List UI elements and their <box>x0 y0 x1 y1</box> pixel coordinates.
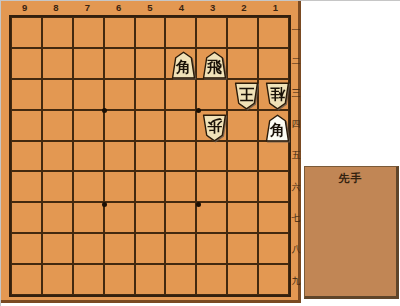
board-square-4五[interactable] <box>165 141 196 172</box>
board-square-3五[interactable] <box>196 141 227 172</box>
board-square-2七[interactable] <box>227 202 258 233</box>
sente-bishop-4二[interactable]: 角 <box>171 51 196 79</box>
hoshi-point <box>102 108 107 113</box>
file-label-2: 2 <box>228 2 259 13</box>
board-square-5八[interactable] <box>135 233 166 264</box>
rank-label-1: 一 <box>291 15 301 46</box>
board-square-8六[interactable] <box>42 171 73 202</box>
rank-label-7: 七 <box>291 203 301 234</box>
board-square-8四[interactable] <box>42 110 73 141</box>
board-square-1二[interactable] <box>258 48 289 79</box>
file-label-5: 5 <box>134 2 165 13</box>
board-square-4四[interactable] <box>165 110 196 141</box>
rank-label-6: 六 <box>291 172 301 203</box>
board-square-8五[interactable] <box>42 141 73 172</box>
board-square-4六[interactable] <box>165 171 196 202</box>
rank-labels: 一二三四五六七八九 <box>291 15 301 297</box>
rank-label-4: 四 <box>291 109 301 140</box>
board-square-3六[interactable] <box>196 171 227 202</box>
board-square-1九[interactable] <box>258 264 289 295</box>
board-square-2九[interactable] <box>227 264 258 295</box>
hoshi-point <box>196 108 201 113</box>
file-label-1: 1 <box>260 2 291 13</box>
board-square-7九[interactable] <box>73 264 104 295</box>
board-square-3七[interactable] <box>196 202 227 233</box>
hoshi-point <box>102 202 107 207</box>
board-square-8一[interactable] <box>42 17 73 48</box>
board-square-5二[interactable] <box>135 48 166 79</box>
hoshi-point <box>196 202 201 207</box>
board-square-7一[interactable] <box>73 17 104 48</box>
shogi-board-panel: 987654321 一二三四五六七八九 角飛王桂歩角 <box>1 1 301 303</box>
board-square-4八[interactable] <box>165 233 196 264</box>
board-square-4九[interactable] <box>165 264 196 295</box>
board-square-9三[interactable] <box>11 79 42 110</box>
board-square-8九[interactable] <box>42 264 73 295</box>
board-square-6七[interactable] <box>104 202 135 233</box>
board-square-1八[interactable] <box>258 233 289 264</box>
svg-text:歩: 歩 <box>207 118 223 134</box>
svg-text:角: 角 <box>175 59 191 75</box>
board-square-9六[interactable] <box>11 171 42 202</box>
file-label-7: 7 <box>72 2 103 13</box>
board-square-3三[interactable] <box>196 79 227 110</box>
sente-bishop-1四[interactable]: 角 <box>265 114 290 142</box>
board-square-4三[interactable] <box>165 79 196 110</box>
screenshot-root: { "game": "shogi", "position": { "sfen":… <box>0 0 400 306</box>
board-square-9八[interactable] <box>11 233 42 264</box>
gote-king-2三[interactable]: 王 <box>234 82 259 110</box>
rank-label-3: 三 <box>291 78 301 109</box>
komadai-label: 先手 <box>305 171 396 186</box>
board-square-7六[interactable] <box>73 171 104 202</box>
board-square-8八[interactable] <box>42 233 73 264</box>
board-square-6三[interactable] <box>104 79 135 110</box>
shogi-board-grid: 角飛王桂歩角 <box>9 15 291 297</box>
board-square-9九[interactable] <box>11 264 42 295</box>
board-square-5三[interactable] <box>135 79 166 110</box>
board-square-5四[interactable] <box>135 110 166 141</box>
board-square-3八[interactable] <box>196 233 227 264</box>
board-square-6六[interactable] <box>104 171 135 202</box>
board-square-6五[interactable] <box>104 141 135 172</box>
gote-knight-1三[interactable]: 桂 <box>265 82 290 110</box>
board-square-8七[interactable] <box>42 202 73 233</box>
board-square-7三[interactable] <box>73 79 104 110</box>
file-labels: 987654321 <box>9 1 291 14</box>
rank-label-9: 九 <box>291 266 301 297</box>
svg-text:王: 王 <box>239 86 255 102</box>
board-square-7二[interactable] <box>73 48 104 79</box>
board-square-2六[interactable] <box>227 171 258 202</box>
svg-text:飛: 飛 <box>206 59 222 75</box>
board-square-4七[interactable] <box>165 202 196 233</box>
board-square-2一[interactable] <box>227 17 258 48</box>
board-square-3九[interactable] <box>196 264 227 295</box>
board-square-7七[interactable] <box>73 202 104 233</box>
board-square-2五[interactable] <box>227 141 258 172</box>
board-square-1七[interactable] <box>258 202 289 233</box>
board-square-2二[interactable] <box>227 48 258 79</box>
gote-pawn-3四[interactable]: 歩 <box>202 114 227 142</box>
board-square-5七[interactable] <box>135 202 166 233</box>
board-square-6一[interactable] <box>104 17 135 48</box>
rank-label-5: 五 <box>291 140 301 171</box>
board-square-1一[interactable] <box>258 17 289 48</box>
board-square-9四[interactable] <box>11 110 42 141</box>
board-square-9二[interactable] <box>11 48 42 79</box>
sente-rook-3二[interactable]: 飛 <box>202 51 227 79</box>
board-square-2八[interactable] <box>227 233 258 264</box>
board-square-8二[interactable] <box>42 48 73 79</box>
board-square-5六[interactable] <box>135 171 166 202</box>
board-square-8三[interactable] <box>42 79 73 110</box>
board-square-7四[interactable] <box>73 110 104 141</box>
board-square-5五[interactable] <box>135 141 166 172</box>
board-square-6四[interactable] <box>104 110 135 141</box>
board-square-5九[interactable] <box>135 264 166 295</box>
svg-text:角: 角 <box>269 122 285 138</box>
rank-label-2: 二 <box>291 46 301 77</box>
board-square-5一[interactable] <box>135 17 166 48</box>
file-label-3: 3 <box>197 2 228 13</box>
board-square-1五[interactable] <box>258 141 289 172</box>
board-square-7八[interactable] <box>73 233 104 264</box>
file-label-9: 9 <box>9 2 40 13</box>
board-square-7五[interactable] <box>73 141 104 172</box>
rank-label-8: 八 <box>291 234 301 265</box>
svg-text:桂: 桂 <box>270 86 286 102</box>
board-square-9七[interactable] <box>11 202 42 233</box>
sente-komadai: 先手 <box>304 166 399 299</box>
board-square-9五[interactable] <box>11 141 42 172</box>
board-square-4一[interactable] <box>165 17 196 48</box>
board-square-9一[interactable] <box>11 17 42 48</box>
board-square-1六[interactable] <box>258 171 289 202</box>
file-label-4: 4 <box>166 2 197 13</box>
file-label-6: 6 <box>103 2 134 13</box>
board-square-6九[interactable] <box>104 264 135 295</box>
board-square-2四[interactable] <box>227 110 258 141</box>
board-square-3一[interactable] <box>196 17 227 48</box>
board-square-6八[interactable] <box>104 233 135 264</box>
board-square-6二[interactable] <box>104 48 135 79</box>
file-label-8: 8 <box>40 2 71 13</box>
